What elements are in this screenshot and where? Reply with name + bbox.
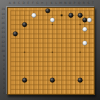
coord-number: 16	[0, 22, 5, 25]
coord-number: 15	[0, 27, 5, 30]
coord-number: 1	[0, 92, 5, 95]
coord-number: 5	[0, 73, 5, 76]
white-stone	[87, 18, 92, 23]
white-stone	[82, 27, 87, 32]
app-window: ABCDEFGHJKLMNOPQRST 19181716151413121110…	[0, 0, 100, 100]
star-point	[52, 52, 54, 54]
black-stone	[69, 13, 74, 18]
go-board[interactable]	[7, 7, 95, 95]
black-stone	[22, 78, 27, 83]
coord-number: 8	[0, 59, 5, 62]
coord-number: 4	[0, 78, 5, 81]
black-stone	[22, 22, 27, 27]
coord-number: 13	[0, 36, 5, 39]
star-point	[24, 52, 26, 54]
white-stone	[50, 18, 55, 23]
star-point	[79, 24, 81, 26]
black-stone	[82, 18, 87, 23]
coord-number: 11	[0, 45, 5, 48]
black-stone	[13, 32, 18, 37]
coord-number: 19	[0, 8, 5, 11]
white-stone	[32, 13, 37, 18]
coord-number: 6	[0, 68, 5, 71]
coord-number: 2	[0, 87, 5, 90]
coord-number: 3	[0, 82, 5, 85]
black-stone	[78, 13, 83, 18]
move-marker	[61, 14, 63, 16]
black-stone	[45, 8, 50, 13]
black-stone	[50, 78, 55, 83]
coord-number: 12	[0, 41, 5, 44]
board-grid	[8, 8, 94, 94]
coord-number: 10	[0, 50, 5, 53]
coord-number: 9	[0, 55, 5, 58]
white-stone	[82, 41, 87, 46]
coord-number: 7	[0, 64, 5, 67]
star-point	[79, 52, 81, 54]
black-stone	[78, 78, 83, 83]
coord-letter: T	[91, 2, 96, 5]
coord-number: 17	[0, 17, 5, 20]
coord-number: 14	[0, 31, 5, 34]
star-point	[52, 24, 54, 26]
coord-number: 18	[0, 13, 5, 16]
